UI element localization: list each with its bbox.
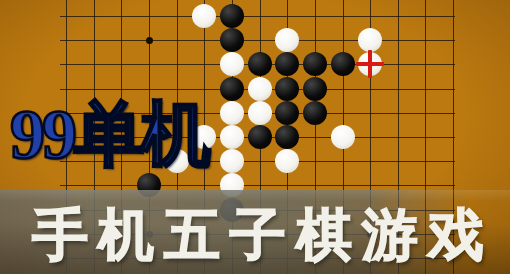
banner-title: 手机五子棋游戏 [32, 206, 494, 264]
white-stone[interactable] [248, 101, 272, 125]
black-stone[interactable] [303, 101, 327, 125]
black-stone[interactable] [248, 125, 272, 149]
star-point [146, 37, 153, 44]
title-overlay: 99单机 [10, 100, 208, 170]
black-stone[interactable] [220, 77, 244, 101]
black-stone[interactable] [220, 4, 244, 28]
black-stone[interactable] [331, 52, 355, 76]
white-stone[interactable] [220, 125, 244, 149]
gomoku-promo-screenshot: 99单机 手机五子棋游戏 [0, 0, 510, 274]
white-stone[interactable] [331, 125, 355, 149]
black-stone[interactable] [248, 52, 272, 76]
black-stone[interactable] [275, 77, 299, 101]
white-stone[interactable] [248, 77, 272, 101]
black-stone[interactable] [303, 77, 327, 101]
white-stone[interactable] [220, 101, 244, 125]
